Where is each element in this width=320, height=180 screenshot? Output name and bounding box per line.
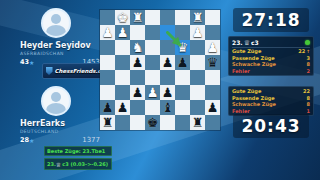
stat-label: Fehler — [232, 68, 250, 74]
piece-black-king: ♚ — [147, 115, 159, 130]
square-e6[interactable]: ♟ — [145, 85, 160, 100]
square-c6[interactable] — [175, 85, 190, 100]
square-c5[interactable] — [175, 70, 190, 85]
square-f1[interactable]: ♜ — [130, 10, 145, 25]
square-g7[interactable]: ♟ — [115, 100, 130, 115]
square-e2[interactable] — [145, 25, 160, 40]
square-b3[interactable] — [190, 40, 205, 55]
piece-black-pawn: ♟ — [162, 85, 174, 100]
stat-label: Fehler — [232, 108, 250, 114]
square-f7[interactable] — [130, 100, 145, 115]
square-f3[interactable]: ♞ — [130, 40, 145, 55]
square-c7[interactable] — [175, 100, 190, 115]
stat-label: Passende Züge — [232, 95, 275, 101]
square-d8[interactable] — [160, 115, 175, 130]
square-a3[interactable]: ♟ — [205, 40, 220, 55]
square-g5[interactable] — [115, 70, 130, 85]
page-background: Heyder Seyidov ASERBAIDSCHAN 43 ★ 1453 C… — [0, 0, 320, 180]
square-a8[interactable] — [205, 115, 220, 130]
piece-black-pawn: ♟ — [162, 55, 174, 70]
stat-label: Gute Züge — [232, 88, 261, 94]
stat-value: 22 — [303, 88, 310, 94]
square-a5[interactable] — [205, 70, 220, 85]
square-h5[interactable] — [100, 70, 115, 85]
player-card-bottom[interactable]: HerrEarks DEUTSCHLAND 28 ★ 1377 — [10, 86, 102, 144]
stat-value: 2 — [307, 68, 310, 74]
square-a1[interactable] — [205, 10, 220, 25]
square-d7[interactable]: ♝ — [160, 100, 175, 115]
piece-white-pawn: ♟ — [147, 85, 159, 100]
square-c3[interactable]: ♛ — [175, 40, 190, 55]
square-e7[interactable] — [145, 100, 160, 115]
square-c1[interactable] — [175, 10, 190, 25]
stat-row: Fehler2 — [232, 68, 310, 75]
piece-black-rook: ♜ — [102, 115, 114, 130]
square-d6[interactable]: ♟ — [160, 85, 175, 100]
square-d1[interactable] — [160, 10, 175, 25]
stat-value: 8 — [307, 101, 310, 107]
best-move-line: Beste Züge: 23.Tbe1 — [44, 146, 112, 156]
square-b8[interactable]: ♜ — [190, 115, 205, 130]
square-f2[interactable] — [130, 25, 145, 40]
top-player-clock: 27:18 — [233, 8, 309, 32]
square-g4[interactable] — [115, 55, 130, 70]
square-a7[interactable]: ♟ — [205, 100, 220, 115]
square-h3[interactable] — [100, 40, 115, 55]
square-a4[interactable]: ♛ — [205, 55, 220, 70]
square-b6[interactable] — [190, 85, 205, 100]
piece-white-pawn: ♟ — [102, 25, 114, 40]
square-c2[interactable] — [175, 25, 190, 40]
square-g2[interactable]: ♟ — [115, 25, 130, 40]
square-f6[interactable]: ♟ — [130, 85, 145, 100]
stat-value: 22 — [298, 48, 305, 54]
star-icon: ★ — [29, 137, 34, 144]
stat-label: Schwache Züge — [232, 101, 276, 107]
piece-black-queen: ♛ — [207, 55, 219, 70]
square-h6[interactable] — [100, 85, 115, 100]
square-e8[interactable]: ♚ — [145, 115, 160, 130]
player-country-top: ASERBAIDSCHAN — [10, 51, 102, 56]
white-queen-icon: ♕ — [244, 39, 250, 47]
piece-white-pawn: ♟ — [117, 25, 129, 40]
square-d5[interactable] — [160, 70, 175, 85]
square-h1[interactable] — [100, 10, 115, 25]
star-icon: ★ — [29, 59, 34, 66]
piece-black-pawn: ♟ — [177, 55, 189, 70]
square-b1[interactable]: ♜ — [190, 10, 205, 25]
chess-board[interactable]: ♚♜♜♟♟♟♞♛♟♟♟♟♛♟♟♟♟♟♝♟♜♚♜ — [100, 10, 220, 130]
stat-value: 1 — [307, 108, 310, 114]
square-g3[interactable] — [115, 40, 130, 55]
square-d2[interactable] — [160, 25, 175, 40]
square-a6[interactable] — [205, 85, 220, 100]
bottom-player-clock: 20:43 — [233, 114, 309, 138]
stat-value: 8 — [307, 95, 310, 101]
eval-line: 23.♕c3 (0.03->-0.26) — [44, 158, 112, 170]
square-a2[interactable] — [205, 25, 220, 40]
square-e3[interactable] — [145, 40, 160, 55]
square-e5[interactable] — [145, 70, 160, 85]
player-name-bottom: HerrEarks — [10, 119, 102, 128]
white-queen-icon: ♕ — [56, 161, 61, 168]
shield-icon — [46, 67, 53, 75]
player-stars-bottom: 28 — [20, 136, 29, 144]
piece-white-pawn: ♟ — [192, 25, 204, 40]
player-stars-top: 43 — [20, 58, 29, 66]
piece-black-pawn: ♟ — [132, 85, 144, 100]
piece-black-pawn: ♟ — [207, 100, 219, 115]
stat-label: Schwache Züge — [232, 61, 276, 67]
square-g6[interactable] — [115, 85, 130, 100]
square-d3[interactable] — [160, 40, 175, 55]
piece-black-pawn: ♟ — [117, 100, 129, 115]
piece-white-pawn: ♟ — [207, 40, 219, 55]
square-h4[interactable] — [100, 55, 115, 70]
square-e1[interactable] — [145, 10, 160, 25]
stat-label: Gute Züge — [232, 48, 261, 54]
square-e4[interactable] — [145, 55, 160, 70]
avatar-bottom-player[interactable] — [41, 86, 71, 116]
stat-value: 3 — [307, 55, 310, 61]
square-b4[interactable] — [190, 55, 205, 70]
piece-black-pawn: ♟ — [102, 100, 114, 115]
square-c8[interactable] — [175, 115, 190, 130]
piece-black-pawn: ♟ — [132, 55, 144, 70]
good-move-dot-icon — [305, 40, 310, 45]
player-rating-bottom: 1377 — [82, 136, 100, 144]
square-h2[interactable]: ♟ — [100, 25, 115, 40]
square-h8[interactable]: ♜ — [100, 115, 115, 130]
piece-white-rook: ♜ — [132, 10, 144, 25]
move-stats-top: 23. ♕ c3 Gute Züge22↑Passende Züge3Schwa… — [228, 36, 314, 76]
avatar-top-player[interactable] — [41, 8, 71, 38]
square-g8[interactable] — [115, 115, 130, 130]
square-h7[interactable]: ♟ — [100, 100, 115, 115]
piece-white-rook: ♜ — [192, 10, 204, 25]
piece-white-queen: ♛ — [177, 40, 189, 55]
up-arrow-icon: ↑ — [306, 49, 310, 54]
square-f8[interactable] — [130, 115, 145, 130]
move-stats-bottom: Gute Züge22Passende Züge8Schwache Züge8F… — [228, 86, 314, 116]
square-g1[interactable]: ♚ — [115, 10, 130, 25]
stat-value: 8 — [307, 61, 310, 67]
piece-white-king: ♚ — [117, 10, 129, 25]
square-d4[interactable]: ♟ — [160, 55, 175, 70]
square-f4[interactable]: ♟ — [130, 55, 145, 70]
piece-black-rook: ♜ — [192, 115, 204, 130]
square-c4[interactable]: ♟ — [175, 55, 190, 70]
stat-label: Passende Züge — [232, 55, 275, 61]
player-name-top: Heyder Seyidov — [10, 41, 102, 50]
square-f5[interactable] — [130, 70, 145, 85]
square-b7[interactable] — [190, 100, 205, 115]
piece-black-bishop: ♝ — [162, 100, 174, 115]
last-move-header: 23. ♕ c3 — [232, 38, 310, 48]
square-b2[interactable]: ♟ — [190, 25, 205, 40]
player-country-bottom: DEUTSCHLAND — [10, 129, 102, 134]
piece-white-knight: ♞ — [132, 40, 144, 55]
player-card-top[interactable]: Heyder Seyidov ASERBAIDSCHAN 43 ★ 1453 — [10, 8, 102, 66]
square-b5[interactable] — [190, 70, 205, 85]
